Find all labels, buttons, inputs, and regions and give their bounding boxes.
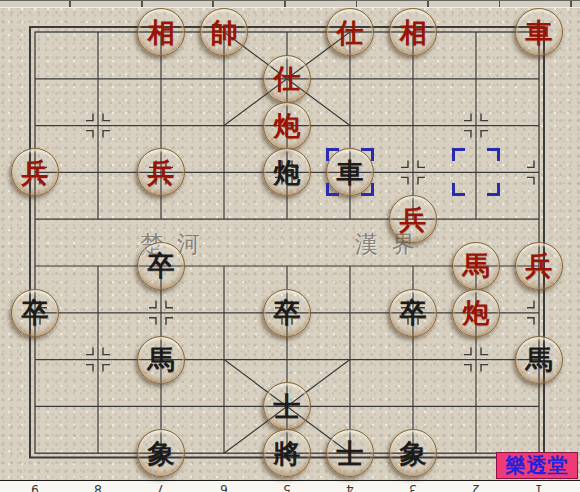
- intersection-grid: 相帥仕相車仕炮兵兵炮車兵卒馬兵卒卒卒炮馬馬士象將士象: [4, 9, 571, 477]
- file-number-label: 6: [217, 482, 231, 492]
- watermark-badge: 樂透堂: [496, 452, 578, 479]
- piece-black-chariot[interactable]: 車: [326, 148, 374, 196]
- piece-black-general[interactable]: 將: [263, 429, 311, 477]
- file-number-label: 4: [343, 482, 357, 492]
- piece-black-soldier[interactable]: 卒: [137, 242, 185, 290]
- piece-black-advisor[interactable]: 士: [263, 382, 311, 430]
- piece-black-horse[interactable]: 馬: [137, 336, 185, 384]
- piece-black-soldier[interactable]: 卒: [11, 289, 59, 337]
- piece-red-cannon[interactable]: 炮: [263, 102, 311, 150]
- piece-red-horse[interactable]: 馬: [452, 242, 500, 290]
- piece-black-horse[interactable]: 馬: [515, 336, 563, 384]
- piece-black-elephant[interactable]: 象: [389, 429, 437, 477]
- xiangqi-app-window: 楚河 漢界 相帥仕相車仕炮兵兵炮車兵卒馬兵卒卒卒炮馬馬士象將士象 9876543…: [0, 0, 580, 492]
- piece-red-chariot[interactable]: 車: [515, 8, 563, 56]
- piece-red-elephant[interactable]: 相: [389, 8, 437, 56]
- file-number-label: 5: [280, 482, 294, 492]
- piece-black-soldier[interactable]: 卒: [263, 289, 311, 337]
- piece-red-elephant[interactable]: 相: [137, 8, 185, 56]
- piece-red-soldier[interactable]: 兵: [389, 195, 437, 243]
- file-number-label: 7: [154, 482, 168, 492]
- piece-black-advisor[interactable]: 士: [326, 429, 374, 477]
- file-number-label: 8: [91, 482, 105, 492]
- file-number-label: 3: [406, 482, 420, 492]
- piece-red-general[interactable]: 帥: [200, 8, 248, 56]
- file-number-label: 9: [28, 482, 42, 492]
- piece-black-elephant[interactable]: 象: [137, 429, 185, 477]
- piece-black-cannon[interactable]: 炮: [263, 148, 311, 196]
- file-number-strip: 987654321: [0, 480, 580, 492]
- piece-red-soldier[interactable]: 兵: [137, 148, 185, 196]
- file-number-label: 2: [469, 482, 483, 492]
- piece-red-cannon[interactable]: 炮: [452, 289, 500, 337]
- piece-black-soldier[interactable]: 卒: [389, 289, 437, 337]
- piece-red-soldier[interactable]: 兵: [11, 148, 59, 196]
- file-number-label: 1: [532, 482, 546, 492]
- piece-red-advisor[interactable]: 仕: [326, 8, 374, 56]
- last-move-from-marker: [452, 148, 500, 196]
- piece-red-soldier[interactable]: 兵: [515, 242, 563, 290]
- piece-red-advisor[interactable]: 仕: [263, 55, 311, 103]
